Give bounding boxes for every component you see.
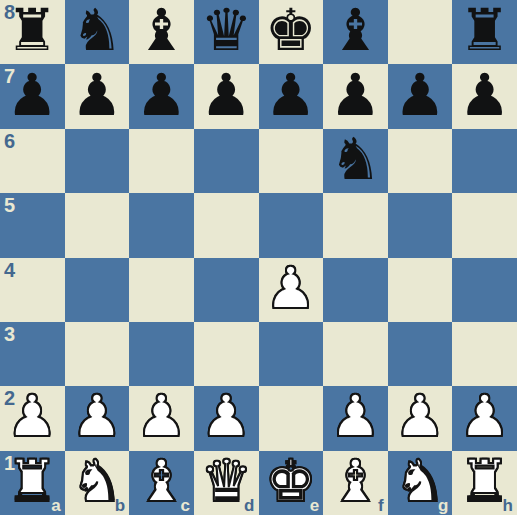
square-f1[interactable]: ♝f (323, 451, 388, 515)
square-a4[interactable]: 4 (0, 258, 65, 322)
square-b4[interactable] (65, 258, 130, 322)
square-a1[interactable]: ♜1a (0, 451, 65, 515)
square-h3[interactable] (452, 322, 517, 386)
square-d1[interactable]: ♛d (194, 451, 259, 515)
square-f4[interactable] (323, 258, 388, 322)
square-d6[interactable] (194, 129, 259, 193)
piece-white-knight-b1[interactable]: ♞ (71, 452, 123, 510)
square-a3[interactable]: 3 (0, 322, 65, 386)
square-d5[interactable] (194, 193, 259, 257)
piece-black-bishop-c8[interactable]: ♝ (136, 1, 188, 59)
piece-white-knight-g1[interactable]: ♞ (394, 452, 446, 510)
square-h2[interactable]: ♟ (452, 386, 517, 450)
piece-black-king-e8[interactable]: ♚ (265, 1, 317, 59)
square-h8[interactable]: ♜ (452, 0, 517, 64)
piece-black-pawn-f7[interactable]: ♟ (329, 66, 381, 124)
piece-white-rook-h1[interactable]: ♜ (459, 452, 511, 510)
piece-black-pawn-c7[interactable]: ♟ (136, 66, 188, 124)
piece-black-rook-h8[interactable]: ♜ (459, 1, 511, 59)
square-g5[interactable] (388, 193, 453, 257)
square-f7[interactable]: ♟ (323, 64, 388, 128)
square-h4[interactable] (452, 258, 517, 322)
square-b6[interactable] (65, 129, 130, 193)
piece-black-pawn-d7[interactable]: ♟ (200, 66, 252, 124)
piece-white-bishop-f1[interactable]: ♝ (329, 452, 381, 510)
square-b1[interactable]: ♞b (65, 451, 130, 515)
piece-white-rook-a1[interactable]: ♜ (6, 452, 58, 510)
square-c5[interactable] (129, 193, 194, 257)
piece-white-pawn-g2[interactable]: ♟ (394, 387, 446, 445)
piece-white-pawn-a2[interactable]: ♟ (6, 387, 58, 445)
square-e7[interactable]: ♟ (259, 64, 324, 128)
piece-black-pawn-e7[interactable]: ♟ (265, 66, 317, 124)
square-b8[interactable]: ♞ (65, 0, 130, 64)
piece-black-pawn-h7[interactable]: ♟ (459, 66, 511, 124)
square-h5[interactable] (452, 193, 517, 257)
piece-white-pawn-h2[interactable]: ♟ (459, 387, 511, 445)
square-d7[interactable]: ♟ (194, 64, 259, 128)
piece-white-pawn-c2[interactable]: ♟ (136, 387, 188, 445)
square-e3[interactable] (259, 322, 324, 386)
piece-black-bishop-f8[interactable]: ♝ (329, 1, 381, 59)
square-a8[interactable]: ♜8 (0, 0, 65, 64)
square-g6[interactable] (388, 129, 453, 193)
square-e6[interactable] (259, 129, 324, 193)
piece-white-queen-d1[interactable]: ♛ (200, 452, 252, 510)
square-h6[interactable] (452, 129, 517, 193)
piece-white-pawn-d2[interactable]: ♟ (200, 387, 252, 445)
square-h1[interactable]: ♜h (452, 451, 517, 515)
square-b5[interactable] (65, 193, 130, 257)
square-f6[interactable]: ♞ (323, 129, 388, 193)
square-e2[interactable] (259, 386, 324, 450)
square-f3[interactable] (323, 322, 388, 386)
square-d2[interactable]: ♟ (194, 386, 259, 450)
square-d4[interactable] (194, 258, 259, 322)
chess-board: ♜8♞♝♛♚♝♜♟7♟♟♟♟♟♟♟6♞54♟3♟2♟♟♟♟♟♟♜1a♞b♝c♛d… (0, 0, 517, 515)
square-g8[interactable] (388, 0, 453, 64)
square-h7[interactable]: ♟ (452, 64, 517, 128)
piece-black-pawn-g7[interactable]: ♟ (394, 66, 446, 124)
piece-white-king-e1[interactable]: ♚ (265, 452, 317, 510)
square-c8[interactable]: ♝ (129, 0, 194, 64)
square-g3[interactable] (388, 322, 453, 386)
rank-label-3: 3 (4, 323, 15, 346)
square-a7[interactable]: ♟7 (0, 64, 65, 128)
square-g4[interactable] (388, 258, 453, 322)
square-g2[interactable]: ♟ (388, 386, 453, 450)
square-e1[interactable]: ♚e (259, 451, 324, 515)
piece-white-bishop-c1[interactable]: ♝ (136, 452, 188, 510)
square-e8[interactable]: ♚ (259, 0, 324, 64)
square-b7[interactable]: ♟ (65, 64, 130, 128)
piece-white-pawn-b2[interactable]: ♟ (71, 387, 123, 445)
rank-label-6: 6 (4, 130, 15, 153)
square-c1[interactable]: ♝c (129, 451, 194, 515)
square-a5[interactable]: 5 (0, 193, 65, 257)
square-c3[interactable] (129, 322, 194, 386)
square-e5[interactable] (259, 193, 324, 257)
square-b3[interactable] (65, 322, 130, 386)
square-c6[interactable] (129, 129, 194, 193)
square-a6[interactable]: 6 (0, 129, 65, 193)
square-c4[interactable] (129, 258, 194, 322)
square-e4[interactable]: ♟ (259, 258, 324, 322)
piece-black-knight-f6[interactable]: ♞ (329, 130, 381, 188)
piece-black-rook-a8[interactable]: ♜ (6, 1, 58, 59)
square-d3[interactable] (194, 322, 259, 386)
square-f2[interactable]: ♟ (323, 386, 388, 450)
square-f5[interactable] (323, 193, 388, 257)
square-f8[interactable]: ♝ (323, 0, 388, 64)
square-c7[interactable]: ♟ (129, 64, 194, 128)
square-a2[interactable]: ♟2 (0, 386, 65, 450)
piece-black-pawn-a7[interactable]: ♟ (6, 66, 58, 124)
piece-black-knight-b8[interactable]: ♞ (71, 1, 123, 59)
piece-white-pawn-f2[interactable]: ♟ (329, 387, 381, 445)
piece-black-queen-d8[interactable]: ♛ (200, 1, 252, 59)
square-b2[interactable]: ♟ (65, 386, 130, 450)
piece-black-pawn-b7[interactable]: ♟ (71, 66, 123, 124)
square-g7[interactable]: ♟ (388, 64, 453, 128)
square-c2[interactable]: ♟ (129, 386, 194, 450)
square-d8[interactable]: ♛ (194, 0, 259, 64)
square-g1[interactable]: ♞g (388, 451, 453, 515)
piece-white-pawn-e4[interactable]: ♟ (265, 259, 317, 317)
rank-label-5: 5 (4, 194, 15, 217)
rank-label-4: 4 (4, 259, 15, 282)
